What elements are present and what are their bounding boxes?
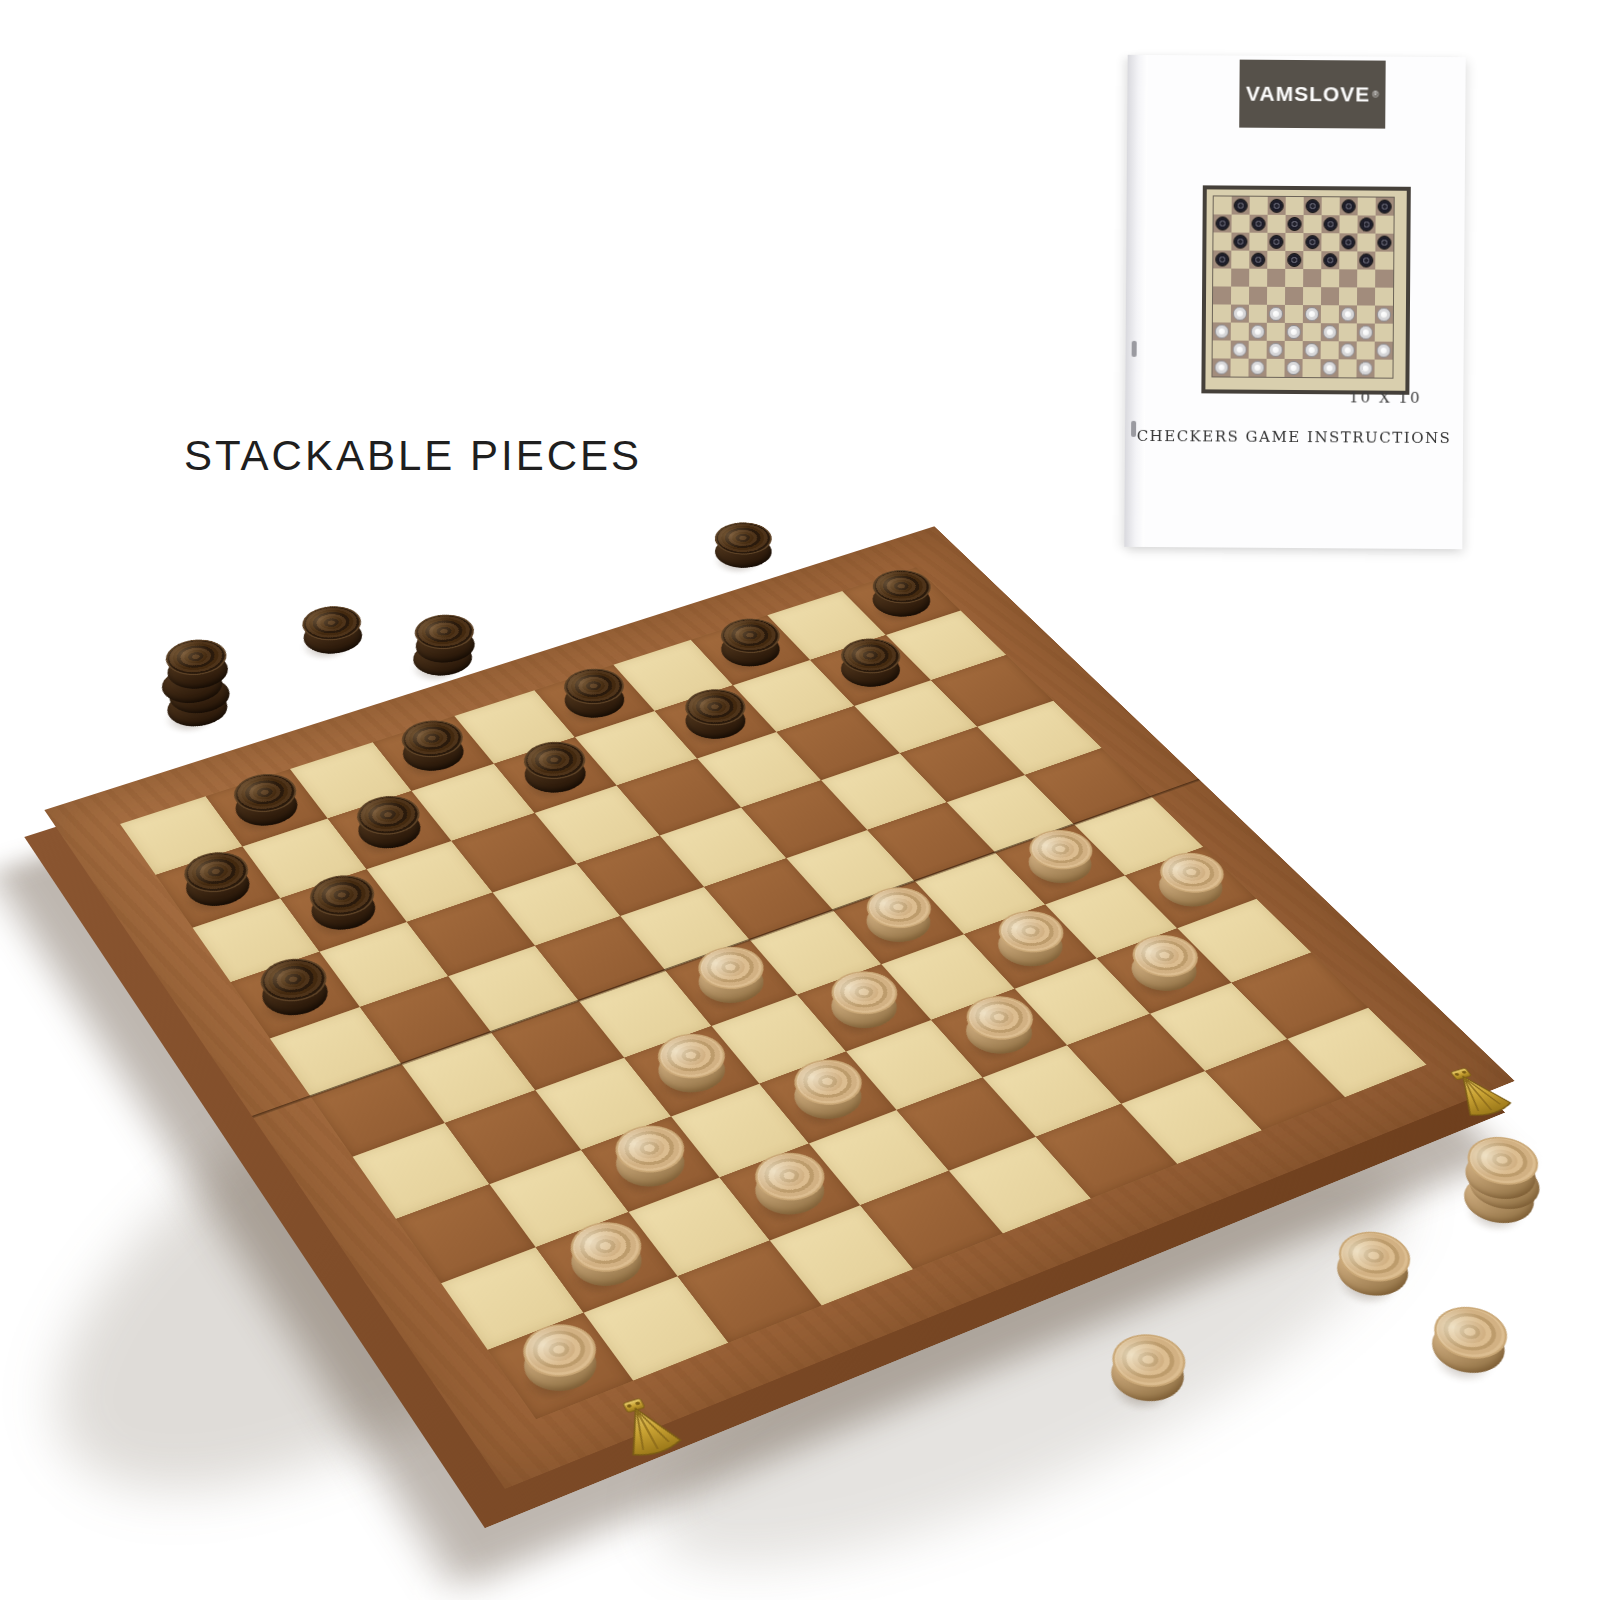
booklet-cell [1340,197,1358,215]
booklet-white-piece [1377,344,1391,358]
booklet-cell [1339,251,1357,269]
booklet-cell [1375,252,1393,270]
booklet-cell [1267,269,1285,287]
booklet-cell [1285,305,1303,323]
booklet-cell [1249,341,1267,359]
booklet-white-piece [1233,343,1247,357]
booklet-cell [1285,251,1303,269]
booklet-white-piece [1287,325,1301,339]
booklet-white-piece [1341,307,1355,321]
booklet-cell [1303,233,1321,251]
booklet-cell [1231,251,1249,269]
booklet-cell [1321,341,1339,359]
booklet-black-piece [1287,253,1301,267]
dark-checker-piece [705,531,782,575]
dark-checker-piece [294,614,371,660]
booklet-black-piece [1323,217,1337,231]
booklet-cell [1214,196,1232,214]
booklet-white-piece [1305,307,1319,321]
booklet-cell [1267,215,1285,233]
booklet-page-curl [1124,55,1147,547]
booklet-white-piece [1322,361,1336,375]
booklet-cell [1339,305,1357,323]
booklet-cell [1357,341,1375,359]
booklet-black-piece [1359,253,1373,267]
booklet-cell [1303,251,1321,269]
booklet-black-piece [1377,236,1391,250]
booklet-white-piece [1323,325,1337,339]
booklet-cell [1284,359,1302,377]
booklet-black-piece [1341,235,1355,249]
booklet-black-piece [1342,199,1356,213]
booklet-black-piece [1234,199,1248,213]
booklet-cell [1249,323,1267,341]
booklet-cell [1303,269,1321,287]
booklet-cell [1231,215,1249,233]
booklet-white-piece [1250,361,1264,375]
booklet-cell [1267,323,1285,341]
brand-logo: VAMSLOVE® [1239,60,1385,129]
booklet-cell [1357,215,1375,233]
booklet-cell [1231,269,1249,287]
registered-trademark-icon: ® [1372,90,1379,100]
booklet-cell [1303,215,1321,233]
booklet-black-piece [1378,200,1392,214]
booklet-cell [1321,269,1339,287]
instruction-booklet: VAMSLOVE® 10 X 10 CHECKERS GAME INSTRUCT… [1124,55,1465,549]
booklet-black-piece [1251,217,1265,231]
booklet-cell [1267,305,1285,323]
booklet-cell [1249,251,1267,269]
booklet-cell [1303,323,1321,341]
booklet-cell [1375,234,1393,252]
booklet-cell [1339,341,1357,359]
booklet-black-piece [1359,217,1373,231]
booklet-cell [1249,305,1267,323]
booklet-cell [1303,341,1321,359]
booklet-cell [1375,270,1393,288]
booklet-white-piece [1269,307,1283,321]
booklet-cell [1285,233,1303,251]
booklet-cell [1285,341,1303,359]
booklet-black-piece [1287,217,1301,231]
booklet-cell [1285,269,1303,287]
booklet-cell [1232,197,1250,215]
booklet-white-piece [1251,325,1265,339]
booklet-cell [1357,233,1375,251]
booklet-black-piece [1305,235,1319,249]
booklet-cell [1339,323,1357,341]
booklet-cell [1376,198,1394,216]
booklet-cell [1304,197,1322,215]
booklet-white-piece [1377,308,1391,322]
booklet-cell [1267,287,1285,305]
booklet-cell [1213,214,1231,232]
booklet-cell [1266,359,1284,377]
booklet-cell [1213,304,1231,322]
light-checker-piece-stack-of-3 [1450,1168,1548,1233]
booklet-black-piece [1269,235,1283,249]
booklet-white-piece [1215,324,1229,338]
booklet-black-piece [1215,252,1229,266]
booklet-black-piece [1233,235,1247,249]
booklet-board-diagram [1201,185,1410,394]
booklet-cell [1375,324,1393,342]
booklet-cell [1213,250,1231,268]
booklet-cell [1375,342,1393,360]
booklet-cell [1213,340,1231,358]
booklet-title: CHECKERS GAME INSTRUCTIONS [1125,427,1463,447]
brand-name: VAMSLOVE [1246,82,1370,107]
booklet-cell [1231,323,1249,341]
booklet-cell [1267,251,1285,269]
booklet-cell [1356,359,1374,377]
booklet-cell [1322,197,1340,215]
booklet-cell [1231,287,1249,305]
booklet-cell [1213,232,1231,250]
booklet-cell [1375,216,1393,234]
booklet-cell [1267,233,1285,251]
booklet-cell [1249,269,1267,287]
booklet-cell [1357,269,1375,287]
booklet-cell [1231,233,1249,251]
booklet-white-piece [1286,361,1300,375]
booklet-cell [1321,233,1339,251]
booklet-cell [1321,251,1339,269]
booklet-cell [1250,197,1268,215]
booklet-cell [1285,215,1303,233]
booklet-cell [1303,287,1321,305]
booklet-cell [1213,268,1231,286]
booklet-cell [1248,359,1266,377]
booklet-cell [1357,251,1375,269]
booklet-black-piece [1215,216,1229,230]
booklet-cell [1268,197,1286,215]
booklet-white-piece [1359,325,1373,339]
booklet-cell [1231,305,1249,323]
booklet-black-piece [1323,253,1337,267]
booklet-cell [1303,305,1321,323]
dark-checker-piece-stack-of-4 [158,685,237,733]
booklet-cell [1231,341,1249,359]
booklet-black-piece [1251,253,1265,267]
booklet-cell [1339,269,1357,287]
booklet-white-piece [1341,343,1355,357]
booklet-cell [1357,305,1375,323]
booklet-cell [1212,358,1230,376]
booklet-white-piece [1305,343,1319,357]
booklet-cell [1357,323,1375,341]
booklet-cell [1357,287,1375,305]
booklet-cell [1249,215,1267,233]
booklet-white-piece [1269,343,1283,357]
booklet-staple [1132,341,1137,357]
booklet-cell [1358,197,1376,215]
product-photo-scene: STACKABLE PIECES VAMSLOVE® 10 X 10 CHECK… [0,0,1600,1600]
booklet-cell [1321,215,1339,233]
booklet-cell [1267,341,1285,359]
booklet-cell [1230,359,1248,377]
booklet-cell [1213,322,1231,340]
booklet-cell [1338,359,1356,377]
booklet-cell [1285,323,1303,341]
booklet-board-grid [1212,196,1393,377]
booklet-cell [1249,233,1267,251]
light-checker-piece [1418,1313,1519,1383]
board-size-label: 10 X 10 [1305,388,1465,407]
booklet-cell [1249,287,1267,305]
booklet-cell [1302,359,1320,377]
booklet-cell [1286,197,1304,215]
booklet-cell [1213,286,1231,304]
booklet-cell [1285,287,1303,305]
booklet-cell [1321,287,1339,305]
booklet-black-piece [1306,199,1320,213]
booklet-cell [1321,323,1339,341]
booklet-cell [1375,306,1393,324]
booklet-white-piece [1233,307,1247,321]
booklet-white-piece [1214,360,1228,374]
booklet-black-piece [1270,199,1284,213]
booklet-white-piece [1358,361,1372,375]
booklet-cell [1339,287,1357,305]
booklet-cell [1339,233,1357,251]
booklet-cell [1374,360,1392,378]
booklet-cell [1339,215,1357,233]
booklet-cell [1320,359,1338,377]
booklet-cell [1321,305,1339,323]
booklet-cell [1375,288,1393,306]
stackable-pieces-label: STACKABLE PIECES [184,432,642,480]
